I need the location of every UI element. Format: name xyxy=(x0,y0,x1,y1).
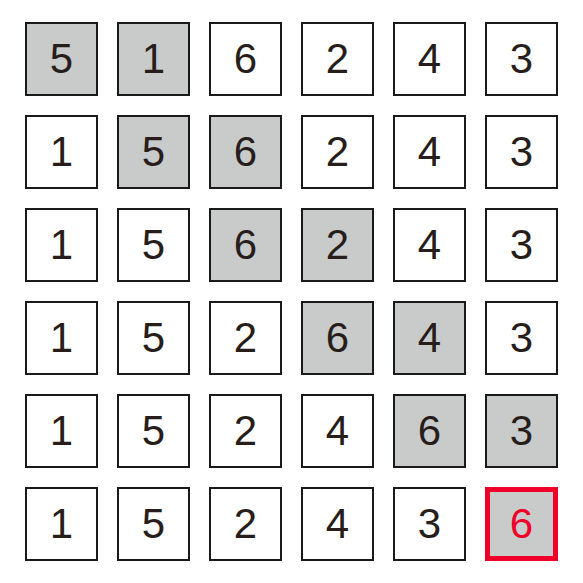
bubble-sort-grid: 516243156243156243152643152463152436 xyxy=(0,0,583,583)
cell-r3c2: 5 xyxy=(117,208,190,282)
cell-r4c3: 2 xyxy=(209,301,282,375)
cell-r4c2: 5 xyxy=(117,301,190,375)
cell-r6c2: 5 xyxy=(117,487,190,561)
cell-r4c5: 4 xyxy=(393,301,466,375)
cell-r1c1: 5 xyxy=(25,22,98,96)
cell-r5c5: 6 xyxy=(393,394,466,468)
cell-r6c6: 6 xyxy=(485,487,558,561)
cell-r1c2: 1 xyxy=(117,22,190,96)
cell-r2c6: 3 xyxy=(485,115,558,189)
cell-r2c2: 5 xyxy=(117,115,190,189)
cell-r5c6: 3 xyxy=(485,394,558,468)
cell-r4c6: 3 xyxy=(485,301,558,375)
cell-r2c3: 6 xyxy=(209,115,282,189)
cell-r1c3: 6 xyxy=(209,22,282,96)
cell-r2c1: 1 xyxy=(25,115,98,189)
cell-r3c4: 2 xyxy=(301,208,374,282)
cell-r6c1: 1 xyxy=(25,487,98,561)
cell-r6c3: 2 xyxy=(209,487,282,561)
cell-r4c4: 6 xyxy=(301,301,374,375)
cell-r4c1: 1 xyxy=(25,301,98,375)
cell-r1c6: 3 xyxy=(485,22,558,96)
cell-r3c3: 6 xyxy=(209,208,282,282)
cell-r3c6: 3 xyxy=(485,208,558,282)
cell-r3c1: 1 xyxy=(25,208,98,282)
cell-r5c4: 4 xyxy=(301,394,374,468)
cell-r5c2: 5 xyxy=(117,394,190,468)
cell-r1c4: 2 xyxy=(301,22,374,96)
cell-r6c4: 4 xyxy=(301,487,374,561)
cell-r6c5: 3 xyxy=(393,487,466,561)
cell-r1c5: 4 xyxy=(393,22,466,96)
cell-r5c3: 2 xyxy=(209,394,282,468)
cell-r2c4: 2 xyxy=(301,115,374,189)
cell-r3c5: 4 xyxy=(393,208,466,282)
cell-r5c1: 1 xyxy=(25,394,98,468)
cell-r2c5: 4 xyxy=(393,115,466,189)
